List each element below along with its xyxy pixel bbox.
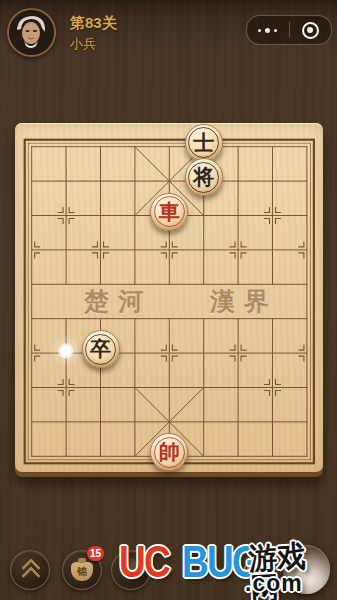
more-button[interactable] <box>247 16 289 44</box>
level-title: 第83关 <box>70 14 117 33</box>
avatar[interactable] <box>7 8 56 57</box>
piece-black-soldier[interactable]: 卒 <box>82 330 120 368</box>
expand-button[interactable] <box>10 550 50 590</box>
avatar-portrait-icon <box>9 10 54 55</box>
wechat-capsule <box>246 15 332 45</box>
piece-black-advisor[interactable]: 士 <box>185 124 223 162</box>
app-screen: 第83关 小兵 楚河 漢界 士将車卒帥 锦 15 40 UC BUG 游戏网 .… <box>0 0 337 600</box>
piece-glyph: 車 <box>159 202 180 223</box>
brocade-bag-icon: 锦 <box>71 562 93 581</box>
exit-button[interactable] <box>290 16 332 44</box>
coin-count: 40 <box>243 560 257 575</box>
extra-tool-button[interactable] <box>111 550 151 590</box>
piece-glyph: 士 <box>193 133 214 154</box>
highlight-dot <box>57 342 75 360</box>
piece-red-chariot[interactable]: 車 <box>150 193 188 231</box>
player-name: 小兵 <box>70 35 96 53</box>
piece-glyph: 帥 <box>159 442 180 463</box>
piece-glyph: 将 <box>193 167 214 188</box>
hint-bag-button[interactable]: 锦 15 <box>62 550 102 590</box>
pouch-icon <box>124 561 140 580</box>
exit-target-icon <box>302 22 319 39</box>
piece-glyph: 卒 <box>90 339 111 360</box>
more-dots-icon <box>265 28 270 33</box>
pieces-layer: 士将車卒帥 <box>0 0 337 600</box>
piece-red-general[interactable]: 帥 <box>150 433 188 471</box>
piece-black-general[interactable]: 将 <box>185 158 223 196</box>
hint-count-badge: 15 <box>87 546 104 561</box>
sphere-button[interactable] <box>283 545 330 594</box>
